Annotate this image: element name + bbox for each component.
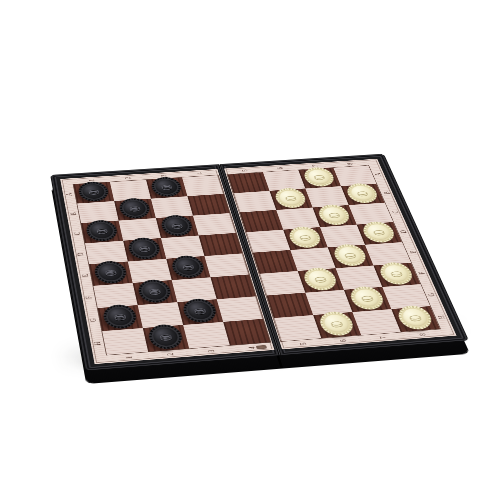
piece-black-man-F2[interactable]: ⛂ [136,279,173,304]
piece-black-man-C3[interactable]: ⛂ [159,214,194,237]
square-C1[interactable]: ⛂ [81,221,123,244]
rank-label-D: D [76,252,85,256]
piece-white-man-B8[interactable]: ⛀ [344,183,380,204]
piece-black-man-C1[interactable]: ⛂ [85,219,119,242]
file-label-1: 1 [123,356,133,359]
board-wrap: 1234 ABCDEFGH ⛂⛂⛂⛂⛂⛂⛂⛂⛂⛂⛂⛂ 1234 5678 ABC… [22,34,473,472]
black-man-glyph: ⛂ [113,311,127,322]
rank-label-E: E [408,250,418,253]
piece-white-man-D8[interactable]: ⛀ [360,221,398,244]
square-A1[interactable]: ⛂ [74,182,115,203]
piece-white-man-G7[interactable]: ⛀ [347,286,387,311]
black-man-glyph: ⛂ [104,267,118,278]
square-A4[interactable] [182,175,224,196]
file-label-8: 8 [345,162,354,164]
rank-label-G: G [88,318,98,322]
square-E1[interactable]: ⛂ [89,261,133,285]
product-photo-stage: 1234 ABCDEFGH ⛂⛂⛂⛂⛂⛂⛂⛂⛂⛂⛂⛂ 1234 5678 ABC… [0,0,500,500]
square-H1[interactable] [102,328,148,355]
black-man-glyph: ⛂ [192,305,207,316]
square-C4[interactable] [193,213,236,235]
square-H2[interactable]: ⛂ [143,325,189,352]
black-man-glyph: ⛂ [87,187,100,196]
checkers-board: 1234 ABCDEFGH ⛂⛂⛂⛂⛂⛂⛂⛂⛂⛂⛂⛂ 1234 5678 ABC… [51,154,468,370]
piece-white-man-C7[interactable]: ⛀ [316,204,353,226]
rank-label-H: H [436,315,446,319]
rank-label-F: F [417,271,427,274]
rank-label-D: D [399,230,409,234]
white-man-glyph: ⛀ [359,292,374,303]
white-man-glyph: ⛀ [327,210,341,220]
black-man-glyph: ⛂ [95,226,108,236]
piece-black-man-E3[interactable]: ⛂ [170,255,206,279]
white-man-glyph: ⛀ [329,318,345,330]
square-D4[interactable] [199,233,243,256]
piece-black-man-G1[interactable]: ⛂ [102,304,139,330]
file-label-5: 5 [240,169,249,171]
piece-black-man-A1[interactable]: ⛂ [77,181,110,202]
square-B4[interactable] [187,194,229,216]
file-label-2: 2 [165,352,175,355]
piece-black-man-H2[interactable]: ⛂ [147,323,185,350]
black-man-glyph: ⛂ [158,331,173,343]
square-A3[interactable]: ⛂ [146,177,187,198]
rank-label-C: C [72,232,81,235]
white-man-glyph: ⛀ [298,232,312,242]
square-G3[interactable]: ⛂ [177,299,223,325]
rank-label-A: A [373,173,382,176]
white-man-glyph: ⛀ [355,188,369,197]
file-label-6: 6 [275,167,284,169]
piece-white-man-F8[interactable]: ⛀ [377,261,416,285]
piece-black-man-A3[interactable]: ⛂ [149,176,183,197]
piece-black-man-E1[interactable]: ⛂ [93,260,128,284]
piece-white-man-F6[interactable]: ⛀ [301,267,339,291]
file-label-6: 6 [338,339,348,342]
black-man-glyph: ⛂ [170,221,184,231]
white-man-glyph: ⛀ [313,274,328,285]
white-man-glyph: ⛀ [342,250,357,260]
piece-white-man-E7[interactable]: ⛀ [331,243,369,267]
file-label-5: 5 [298,342,308,345]
white-man-glyph: ⛀ [312,172,326,181]
square-D2[interactable]: ⛂ [123,238,166,261]
white-man-glyph: ⛀ [407,312,423,323]
file-label-2: 2 [123,177,132,179]
white-man-glyph: ⛀ [284,193,298,202]
square-E4[interactable] [204,253,249,277]
piece-white-man-H8[interactable]: ⛀ [395,305,436,331]
piece-black-man-G3[interactable]: ⛂ [181,298,219,324]
square-E3[interactable]: ⛂ [166,256,210,280]
file-label-7: 7 [377,336,387,339]
square-H4[interactable] [223,319,270,345]
black-man-glyph: ⛂ [181,261,195,272]
square-G1[interactable]: ⛂ [98,305,143,331]
piece-white-man-D6[interactable]: ⛀ [286,226,323,249]
rank-label-B: B [382,191,391,194]
rank-label-G: G [426,293,436,297]
square-C3[interactable]: ⛂ [156,216,199,239]
black-man-glyph: ⛂ [128,203,141,213]
square-F2[interactable]: ⛂ [133,280,178,305]
square-B8[interactable]: ⛀ [341,184,385,205]
rank-label-A: A [65,193,74,196]
file-label-4: 4 [195,172,204,174]
rank-label-H: H [93,341,103,345]
rank-label-B: B [68,212,77,215]
rank-label-F: F [84,296,94,299]
white-man-glyph: ⛀ [371,227,386,237]
black-man-glyph: ⛂ [137,243,151,253]
square-F4[interactable] [210,274,255,299]
square-G4[interactable] [217,296,263,322]
piece-black-man-B2[interactable]: ⛂ [118,197,152,219]
square-H3[interactable] [183,322,230,349]
rank-label-C: C [390,210,399,213]
square-B2[interactable]: ⛂ [114,199,156,221]
file-label-4: 4 [246,346,256,349]
file-label-8: 8 [417,333,427,336]
black-man-glyph: ⛂ [160,182,173,191]
rank-label-E: E [80,274,89,277]
piece-black-man-D2[interactable]: ⛂ [127,237,162,260]
piece-white-man-B6[interactable]: ⛀ [273,187,309,208]
piece-white-man-H6[interactable]: ⛀ [317,311,357,337]
file-label-3: 3 [206,349,216,352]
piece-white-man-A7[interactable]: ⛀ [301,167,336,188]
white-man-glyph: ⛀ [389,268,404,279]
black-man-glyph: ⛂ [147,286,161,297]
